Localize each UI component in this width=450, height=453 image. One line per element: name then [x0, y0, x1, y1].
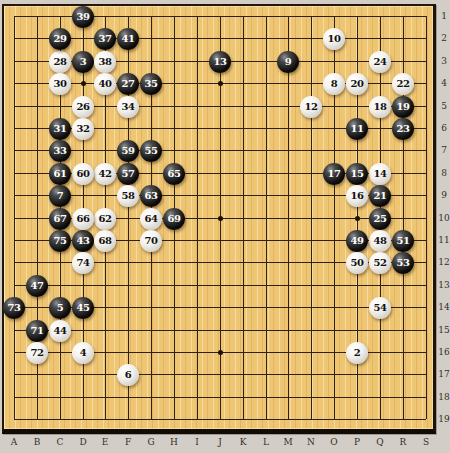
col-label-H: H — [166, 437, 182, 450]
stone-44[interactable]: 44 — [49, 320, 71, 342]
stone-move-number: 48 — [374, 236, 387, 246]
stone-21[interactable]: 21 — [369, 185, 391, 207]
col-label-M: M — [280, 437, 296, 450]
row-label-4: 4 — [437, 78, 450, 89]
stone-move-number: 27 — [122, 79, 135, 89]
stone-move-number: 33 — [54, 146, 67, 156]
stone-move-number: 3 — [80, 57, 86, 67]
col-label-I: I — [189, 437, 205, 450]
stone-24[interactable]: 24 — [369, 51, 391, 73]
col-label-D: D — [75, 437, 91, 450]
stone-move-number: 32 — [77, 124, 90, 134]
col-label-P: P — [349, 437, 365, 450]
grid-line-horizontal — [14, 330, 426, 331]
stone-9[interactable]: 9 — [277, 51, 299, 73]
col-label-E: E — [97, 437, 113, 450]
row-label-15: 15 — [437, 325, 450, 336]
grid-line-vertical — [266, 16, 267, 419]
col-label-K: K — [235, 437, 251, 450]
stone-3[interactable]: 3 — [72, 51, 94, 73]
stone-49[interactable]: 49 — [346, 230, 368, 252]
stone-75[interactable]: 75 — [49, 230, 71, 252]
stone-5[interactable]: 5 — [49, 297, 71, 319]
col-label-Q: Q — [372, 437, 388, 450]
stone-move-number: 15 — [351, 169, 364, 179]
grid-line-vertical — [288, 16, 289, 419]
stone-move-number: 20 — [351, 79, 364, 89]
stone-53[interactable]: 53 — [392, 252, 414, 274]
row-label-16: 16 — [437, 347, 450, 358]
stone-move-number: 26 — [77, 102, 90, 112]
stone-move-number: 75 — [54, 236, 67, 246]
row-label-12: 12 — [437, 257, 450, 268]
stone-move-number: 49 — [351, 236, 364, 246]
stone-move-number: 55 — [145, 146, 158, 156]
stone-move-number: 9 — [285, 57, 291, 67]
row-label-13: 13 — [437, 280, 450, 291]
stone-move-number: 7 — [57, 191, 63, 201]
stone-move-number: 2 — [354, 348, 360, 358]
grid-line-horizontal — [14, 397, 426, 398]
stone-69[interactable]: 69 — [163, 208, 185, 230]
stone-move-number: 45 — [77, 303, 90, 313]
stone-22[interactable]: 22 — [392, 73, 414, 95]
row-label-8: 8 — [437, 168, 450, 179]
row-label-1: 1 — [437, 11, 450, 22]
stone-move-number: 52 — [374, 258, 387, 268]
stone-move-number: 17 — [328, 169, 341, 179]
stone-move-number: 4 — [80, 348, 86, 358]
stone-move-number: 14 — [374, 169, 387, 179]
stone-45[interactable]: 45 — [72, 297, 94, 319]
stone-50[interactable]: 50 — [346, 252, 368, 274]
row-label-10: 10 — [437, 213, 450, 224]
stone-move-number: 37 — [99, 34, 112, 44]
row-label-14: 14 — [437, 302, 450, 313]
col-label-O: O — [326, 437, 342, 450]
stone-71[interactable]: 71 — [26, 320, 48, 342]
col-label-C: C — [52, 437, 68, 450]
stone-64[interactable]: 64 — [140, 208, 162, 230]
grid-line-horizontal — [14, 285, 426, 286]
stone-51[interactable]: 51 — [392, 230, 414, 252]
stone-move-number: 29 — [54, 34, 67, 44]
stone-14[interactable]: 14 — [369, 163, 391, 185]
stone-18[interactable]: 18 — [369, 96, 391, 118]
star-point — [218, 81, 223, 86]
row-label-19: 19 — [437, 414, 450, 425]
stone-10[interactable]: 10 — [323, 28, 345, 50]
stone-30[interactable]: 30 — [49, 73, 71, 95]
stone-4[interactable]: 4 — [72, 342, 94, 364]
stone-move-number: 24 — [374, 57, 387, 67]
stone-66[interactable]: 66 — [72, 208, 94, 230]
stone-57[interactable]: 57 — [117, 163, 139, 185]
stone-move-number: 10 — [328, 34, 341, 44]
stone-55[interactable]: 55 — [140, 140, 162, 162]
grid-line-horizontal — [14, 374, 426, 375]
grid-line-vertical — [243, 16, 244, 419]
stone-move-number: 58 — [122, 191, 135, 201]
stone-28[interactable]: 28 — [49, 51, 71, 73]
stone-63[interactable]: 63 — [140, 185, 162, 207]
stone-61[interactable]: 61 — [49, 163, 71, 185]
stone-move-number: 39 — [77, 12, 90, 22]
col-label-B: B — [29, 437, 45, 450]
stone-35[interactable]: 35 — [140, 73, 162, 95]
stone-move-number: 59 — [122, 146, 135, 156]
stone-move-number: 22 — [397, 79, 410, 89]
stone-32[interactable]: 32 — [72, 118, 94, 140]
stone-67[interactable]: 67 — [49, 208, 71, 230]
stone-move-number: 34 — [122, 102, 135, 112]
stone-52[interactable]: 52 — [369, 252, 391, 274]
stone-39[interactable]: 39 — [72, 6, 94, 28]
stone-27[interactable]: 27 — [117, 73, 139, 95]
stone-move-number: 16 — [351, 191, 364, 201]
stone-move-number: 63 — [145, 191, 158, 201]
stone-move-number: 60 — [77, 169, 90, 179]
stone-38[interactable]: 38 — [94, 51, 116, 73]
stone-move-number: 69 — [168, 214, 181, 224]
row-label-18: 18 — [437, 392, 450, 403]
stone-65[interactable]: 65 — [163, 163, 185, 185]
stone-move-number: 12 — [305, 102, 318, 112]
stone-move-number: 5 — [57, 303, 63, 313]
stone-move-number: 43 — [77, 236, 90, 246]
row-label-9: 9 — [437, 190, 450, 201]
stone-74[interactable]: 74 — [72, 252, 94, 274]
stone-move-number: 42 — [99, 169, 112, 179]
stone-move-number: 28 — [54, 57, 67, 67]
stone-33[interactable]: 33 — [49, 140, 71, 162]
stone-move-number: 70 — [145, 236, 158, 246]
stone-73[interactable]: 73 — [3, 297, 25, 319]
stone-8[interactable]: 8 — [323, 73, 345, 95]
stone-26[interactable]: 26 — [72, 96, 94, 118]
stone-25[interactable]: 25 — [369, 208, 391, 230]
row-label-5: 5 — [437, 101, 450, 112]
stone-move-number: 61 — [54, 169, 67, 179]
stone-23[interactable]: 23 — [392, 118, 414, 140]
star-point — [81, 81, 86, 86]
col-label-L: L — [258, 437, 274, 450]
stone-20[interactable]: 20 — [346, 73, 368, 95]
stone-move-number: 57 — [122, 169, 135, 179]
stone-move-number: 25 — [374, 214, 387, 224]
stone-move-number: 68 — [99, 236, 112, 246]
stone-move-number: 62 — [99, 214, 112, 224]
stone-48[interactable]: 48 — [369, 230, 391, 252]
stone-move-number: 31 — [54, 124, 67, 134]
stone-47[interactable]: 47 — [26, 275, 48, 297]
col-label-F: F — [120, 437, 136, 450]
col-label-R: R — [395, 437, 411, 450]
stone-move-number: 6 — [125, 370, 131, 380]
star-point — [218, 216, 223, 221]
stone-move-number: 53 — [397, 258, 410, 268]
stone-6[interactable]: 6 — [117, 364, 139, 386]
stone-move-number: 40 — [99, 79, 112, 89]
stone-move-number: 65 — [168, 169, 181, 179]
stone-16[interactable]: 16 — [346, 185, 368, 207]
stone-11[interactable]: 11 — [346, 118, 368, 140]
grid-line-vertical — [426, 16, 427, 419]
stone-12[interactable]: 12 — [300, 96, 322, 118]
row-label-7: 7 — [437, 145, 450, 156]
col-label-G: G — [143, 437, 159, 450]
stone-move-number: 21 — [374, 191, 387, 201]
stone-42[interactable]: 42 — [94, 163, 116, 185]
stone-60[interactable]: 60 — [72, 163, 94, 185]
stone-move-number: 73 — [8, 303, 21, 313]
stone-move-number: 30 — [54, 79, 67, 89]
stone-move-number: 66 — [77, 214, 90, 224]
stone-40[interactable]: 40 — [94, 73, 116, 95]
stone-19[interactable]: 19 — [392, 96, 414, 118]
stone-move-number: 19 — [397, 102, 410, 112]
stone-15[interactable]: 15 — [346, 163, 368, 185]
col-label-N: N — [303, 437, 319, 450]
stone-17[interactable]: 17 — [323, 163, 345, 185]
stone-29[interactable]: 29 — [49, 28, 71, 50]
goban[interactable]: 2345678910111213141516171819202122232425… — [2, 4, 436, 434]
stone-62[interactable]: 62 — [94, 208, 116, 230]
stone-72[interactable]: 72 — [26, 342, 48, 364]
stone-move-number: 64 — [145, 214, 158, 224]
stone-move-number: 13 — [214, 57, 227, 67]
stone-59[interactable]: 59 — [117, 140, 139, 162]
stone-41[interactable]: 41 — [117, 28, 139, 50]
stone-move-number: 23 — [397, 124, 410, 134]
stone-54[interactable]: 54 — [369, 297, 391, 319]
stone-move-number: 35 — [145, 79, 158, 89]
stone-move-number: 44 — [54, 326, 67, 336]
col-label-A: A — [6, 437, 22, 450]
stone-move-number: 71 — [31, 326, 44, 336]
stone-move-number: 47 — [31, 281, 44, 291]
grid-line-horizontal — [14, 419, 426, 420]
stone-43[interactable]: 43 — [72, 230, 94, 252]
stone-7[interactable]: 7 — [49, 185, 71, 207]
stone-move-number: 51 — [397, 236, 410, 246]
star-point — [218, 350, 223, 355]
stone-move-number: 54 — [374, 303, 387, 313]
row-label-17: 17 — [437, 369, 450, 380]
col-label-J: J — [212, 437, 228, 450]
row-label-11: 11 — [437, 235, 450, 246]
stone-move-number: 38 — [99, 57, 112, 67]
stone-move-number: 18 — [374, 102, 387, 112]
stone-37[interactable]: 37 — [94, 28, 116, 50]
go-diagram-screen: 2345678910111213141516171819202122232425… — [0, 0, 450, 453]
col-label-S: S — [418, 437, 434, 450]
stone-move-number: 50 — [351, 258, 364, 268]
stone-move-number: 8 — [331, 79, 337, 89]
stone-move-number: 11 — [351, 124, 364, 134]
stone-move-number: 74 — [77, 258, 90, 268]
grid-line-vertical — [311, 16, 312, 419]
row-label-6: 6 — [437, 123, 450, 134]
star-point — [355, 216, 360, 221]
stone-70[interactable]: 70 — [140, 230, 162, 252]
stone-31[interactable]: 31 — [49, 118, 71, 140]
stone-2[interactable]: 2 — [346, 342, 368, 364]
row-label-2: 2 — [437, 33, 450, 44]
stone-move-number: 41 — [122, 34, 135, 44]
stone-move-number: 67 — [54, 214, 67, 224]
stone-34[interactable]: 34 — [117, 96, 139, 118]
row-label-3: 3 — [437, 56, 450, 67]
stone-68[interactable]: 68 — [94, 230, 116, 252]
stone-13[interactable]: 13 — [209, 51, 231, 73]
stone-58[interactable]: 58 — [117, 185, 139, 207]
stone-move-number: 72 — [31, 348, 44, 358]
